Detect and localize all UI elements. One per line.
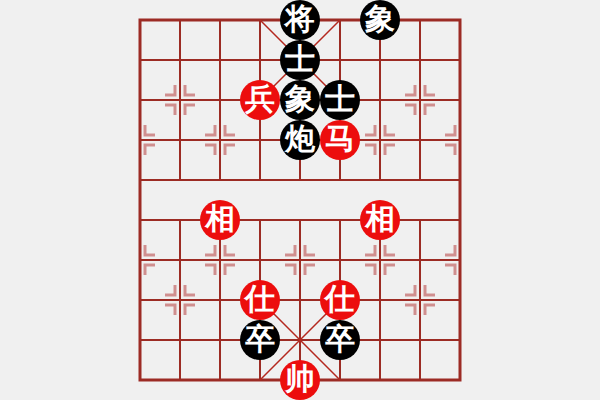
piece-black-general[interactable]: 将 (280, 0, 320, 40)
piece-black-advisor[interactable]: 士 (280, 40, 320, 80)
piece-black-elephant[interactable]: 象 (360, 0, 400, 40)
piece-red-general[interactable]: 帅 (280, 360, 320, 400)
piece-black-elephant[interactable]: 象 (280, 80, 320, 120)
piece-black-advisor[interactable]: 士 (320, 80, 360, 120)
piece-black-soldier[interactable]: 卒 (240, 320, 280, 360)
piece-red-advisor[interactable]: 仕 (320, 280, 360, 320)
piece-layer: 将象士兵象士炮马相相仕仕卒卒帅 (120, 0, 480, 400)
piece-black-cannon[interactable]: 炮 (280, 120, 320, 160)
xiangqi-board: 将象士兵象士炮马相相仕仕卒卒帅 (0, 0, 600, 400)
piece-black-soldier[interactable]: 卒 (320, 320, 360, 360)
piece-red-elephant[interactable]: 相 (200, 200, 240, 240)
piece-red-advisor[interactable]: 仕 (240, 280, 280, 320)
piece-red-soldier[interactable]: 兵 (240, 80, 280, 120)
piece-red-horse[interactable]: 马 (320, 120, 360, 160)
piece-red-elephant[interactable]: 相 (360, 200, 400, 240)
